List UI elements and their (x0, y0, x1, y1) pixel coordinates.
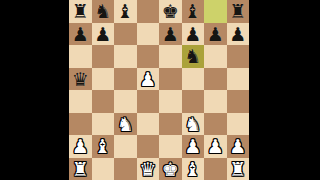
black-pawn-icon[interactable]: ♟ (72, 23, 89, 46)
square-h4[interactable] (227, 90, 250, 113)
white-rook-icon[interactable]: ♜ (229, 158, 246, 181)
white-pawn-icon[interactable]: ♟ (229, 135, 246, 158)
square-e7[interactable]: ♟ (159, 23, 182, 46)
square-a3[interactable] (69, 113, 92, 136)
square-c5[interactable] (114, 68, 137, 91)
black-pawn-icon[interactable]: ♟ (229, 23, 246, 46)
square-e1[interactable]: ♚ (159, 158, 182, 181)
square-g2[interactable]: ♟ (204, 135, 227, 158)
square-c4[interactable] (114, 90, 137, 113)
square-h1[interactable]: ♜ (227, 158, 250, 181)
square-b5[interactable] (92, 68, 115, 91)
square-d3[interactable] (137, 113, 160, 136)
square-b4[interactable] (92, 90, 115, 113)
square-c6[interactable] (114, 45, 137, 68)
square-h5[interactable] (227, 68, 250, 91)
square-b6[interactable] (92, 45, 115, 68)
black-knight-icon[interactable]: ♞ (184, 45, 201, 68)
square-a6[interactable] (69, 45, 92, 68)
square-b1[interactable] (92, 158, 115, 181)
square-d5[interactable]: ♟ (137, 68, 160, 91)
square-a8[interactable]: ♜ (69, 0, 92, 23)
square-b8[interactable]: ♞ (92, 0, 115, 23)
square-f3[interactable]: ♞ (182, 113, 205, 136)
white-pawn-icon[interactable]: ♟ (72, 135, 89, 158)
black-queen-icon[interactable]: ♛ (72, 68, 89, 91)
square-a5[interactable]: ♛ (69, 68, 92, 91)
square-c7[interactable] (114, 23, 137, 46)
square-f7[interactable]: ♟ (182, 23, 205, 46)
square-d2[interactable] (137, 135, 160, 158)
square-f1[interactable]: ♝ (182, 158, 205, 181)
square-e4[interactable] (159, 90, 182, 113)
square-b2[interactable]: ♝ (92, 135, 115, 158)
square-h6[interactable] (227, 45, 250, 68)
square-g8[interactable] (204, 0, 227, 23)
white-bishop-icon[interactable]: ♝ (184, 158, 201, 181)
square-g5[interactable] (204, 68, 227, 91)
square-e3[interactable] (159, 113, 182, 136)
square-a2[interactable]: ♟ (69, 135, 92, 158)
white-pawn-icon[interactable]: ♟ (184, 135, 201, 158)
square-d6[interactable] (137, 45, 160, 68)
square-a7[interactable]: ♟ (69, 23, 92, 46)
square-e2[interactable] (159, 135, 182, 158)
black-pawn-icon[interactable]: ♟ (184, 23, 201, 46)
white-queen-icon[interactable]: ♛ (139, 158, 156, 181)
square-e6[interactable] (159, 45, 182, 68)
square-f8[interactable]: ♝ (182, 0, 205, 23)
square-b3[interactable] (92, 113, 115, 136)
square-e8[interactable]: ♚ (159, 0, 182, 23)
white-bishop-icon[interactable]: ♝ (94, 135, 111, 158)
square-g3[interactable] (204, 113, 227, 136)
square-h7[interactable]: ♟ (227, 23, 250, 46)
square-b7[interactable]: ♟ (92, 23, 115, 46)
square-g7[interactable]: ♟ (204, 23, 227, 46)
letterbox-background: ♜♞♝♚♝♜♟♟♟♟♟♟♞♛♟♞♞♟♝♟♟♟♜♛♚♝♜ (0, 0, 320, 180)
square-d7[interactable] (137, 23, 160, 46)
black-bishop-icon[interactable]: ♝ (184, 0, 201, 23)
white-pawn-icon[interactable]: ♟ (207, 135, 224, 158)
black-rook-icon[interactable]: ♜ (72, 0, 89, 23)
square-f5[interactable] (182, 68, 205, 91)
square-g6[interactable] (204, 45, 227, 68)
square-d8[interactable] (137, 0, 160, 23)
square-g4[interactable] (204, 90, 227, 113)
black-pawn-icon[interactable]: ♟ (207, 23, 224, 46)
square-h2[interactable]: ♟ (227, 135, 250, 158)
chess-board: ♜♞♝♚♝♜♟♟♟♟♟♟♞♛♟♞♞♟♝♟♟♟♜♛♚♝♜ (69, 0, 249, 180)
black-king-icon[interactable]: ♚ (162, 0, 179, 23)
square-d1[interactable]: ♛ (137, 158, 160, 181)
white-king-icon[interactable]: ♚ (162, 158, 179, 181)
square-f4[interactable] (182, 90, 205, 113)
square-c3[interactable]: ♞ (114, 113, 137, 136)
square-c1[interactable] (114, 158, 137, 181)
square-c2[interactable] (114, 135, 137, 158)
square-c8[interactable]: ♝ (114, 0, 137, 23)
square-h3[interactable] (227, 113, 250, 136)
white-pawn-icon[interactable]: ♟ (139, 68, 156, 91)
black-bishop-icon[interactable]: ♝ (117, 0, 134, 23)
black-pawn-icon[interactable]: ♟ (162, 23, 179, 46)
square-g1[interactable] (204, 158, 227, 181)
white-knight-icon[interactable]: ♞ (117, 113, 134, 136)
square-f2[interactable]: ♟ (182, 135, 205, 158)
square-e5[interactable] (159, 68, 182, 91)
square-h8[interactable]: ♜ (227, 0, 250, 23)
white-knight-icon[interactable]: ♞ (184, 113, 201, 136)
square-d4[interactable] (137, 90, 160, 113)
black-pawn-icon[interactable]: ♟ (94, 23, 111, 46)
square-f6[interactable]: ♞ (182, 45, 205, 68)
square-a4[interactable] (69, 90, 92, 113)
white-rook-icon[interactable]: ♜ (72, 158, 89, 181)
square-a1[interactable]: ♜ (69, 158, 92, 181)
black-knight-icon[interactable]: ♞ (94, 0, 111, 23)
black-rook-icon[interactable]: ♜ (229, 0, 246, 23)
